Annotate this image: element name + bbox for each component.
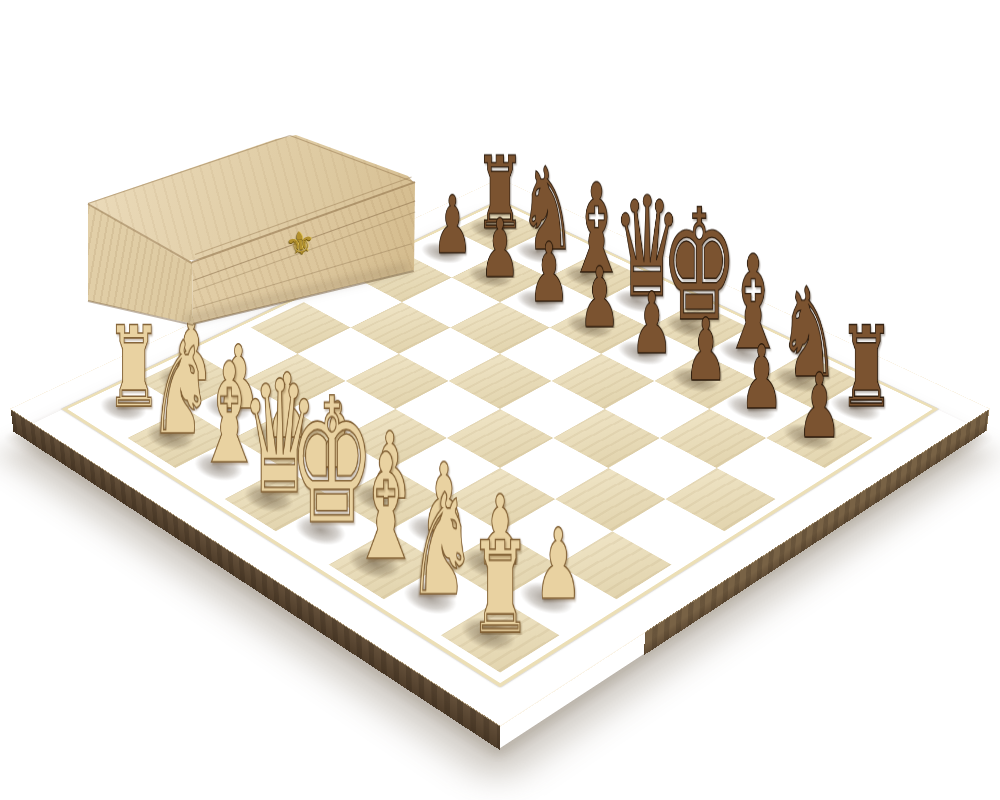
square-g5 xyxy=(608,438,716,499)
black-rook-a8: ♜ xyxy=(465,61,534,231)
box-finger-joints-right xyxy=(409,183,415,270)
square-d3 xyxy=(340,409,446,468)
square-e3 xyxy=(392,438,500,499)
brass-clasp-icon: ⚜ xyxy=(282,222,318,263)
square-f5 xyxy=(553,409,659,468)
square-f4 xyxy=(500,438,608,499)
square-f3 xyxy=(445,468,555,531)
square-h3 xyxy=(557,531,671,599)
box-brass-clasp: ⚜ xyxy=(283,225,318,261)
storage-box: ⚜ xyxy=(80,130,425,340)
chess-set-product-photo: ♜♞♝♛♚♝♞♜♟♟♟♟♟♟♟♟♟♟♟♟♟♟♟♟♜♞♝♛♚♝♞♜ ⚜ xyxy=(0,0,1000,800)
square-g3 xyxy=(500,499,612,565)
square-g4 xyxy=(555,468,665,531)
square-e2 xyxy=(335,468,445,531)
square-e4 xyxy=(447,409,553,468)
square-h4 xyxy=(612,499,724,565)
square-h5 xyxy=(665,468,775,531)
